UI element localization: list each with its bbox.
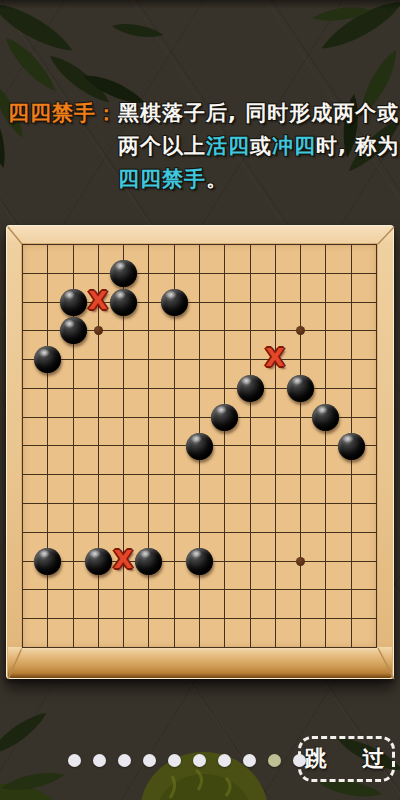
black-stone [338,433,365,460]
pager-dot-active [268,754,281,767]
pager-dot [93,754,106,767]
black-stone [287,375,314,402]
term-double-four: 四四禁手 [118,167,206,191]
black-stone [110,260,137,287]
black-stone [60,317,87,344]
rule-text-line3: 四四禁手。 [118,163,399,196]
black-stone [237,375,264,402]
forbidden-x-mark: X [88,286,107,315]
term-live-four: 活四 [206,134,250,158]
term-rush-four: 冲四 [272,134,316,158]
grass-mound-left [0,784,62,800]
bamboo-leaves-bottom-left [0,707,66,794]
pager-dot [293,754,306,767]
black-stone [34,346,61,373]
forbidden-x-mark: X [265,343,284,372]
status-bar-shade [0,0,400,9]
pager-dot [193,754,206,767]
rule-text-line2: 两个以上活四或冲四时, 称为 [118,130,399,163]
black-stone [186,433,213,460]
skip-button[interactable]: 跳 过 [298,736,395,782]
black-stone [186,548,213,575]
star-point [296,326,305,335]
black-stone [312,404,339,431]
black-stone [110,289,137,316]
skip-button-label: 跳 过 [305,744,399,774]
pager-dot [143,754,156,767]
black-stone [60,289,87,316]
rule-explanation: 四四禁手： 黑棋落子后, 同时形成两个或 两个以上活四或冲四时, 称为 四四禁手… [8,97,394,196]
black-stone [161,289,188,316]
pager-dot [218,754,231,767]
star-point [296,557,305,566]
pager-dot [168,754,181,767]
black-stone [85,548,112,575]
black-stone [211,404,238,431]
pager-dot [118,754,131,767]
tutorial-page-dots [68,754,306,767]
rule-text-line1: 黑棋落子后, 同时形成两个或 [118,97,399,130]
black-stone [34,548,61,575]
board-grid[interactable]: XXX [22,244,377,648]
forbidden-x-mark: X [114,545,133,574]
pager-dot [243,754,256,767]
black-stone [135,548,162,575]
rule-term-label: 四四禁手： [8,97,118,130]
star-point [94,326,103,335]
gomoku-board: XXX [6,225,394,679]
pager-dot [68,754,81,767]
